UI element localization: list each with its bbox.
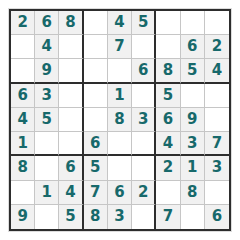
cell-r2c5[interactable]: 7 [108, 35, 132, 59]
cell-r7c7[interactable]: 2 [156, 156, 180, 180]
cell-r5c3[interactable] [59, 108, 83, 132]
cell-r2c3[interactable] [59, 35, 83, 59]
cell-r8c4[interactable]: 7 [84, 181, 108, 205]
cell-r1c2[interactable]: 6 [35, 11, 59, 35]
cell-r9c5[interactable]: 3 [108, 205, 132, 229]
cell-r9c2[interactable] [35, 205, 59, 229]
cell-r8c7[interactable] [156, 181, 180, 205]
cell-r7c5[interactable] [108, 156, 132, 180]
cell-r6c7[interactable]: 4 [156, 132, 180, 156]
page: 2684547629685463154583691643786521314762… [0, 0, 240, 240]
cell-r2c1[interactable] [11, 35, 35, 59]
cell-r6c4[interactable]: 6 [84, 132, 108, 156]
cell-r3c1[interactable] [11, 59, 35, 83]
cell-r7c6[interactable] [132, 156, 156, 180]
cell-r3c7[interactable]: 8 [156, 59, 180, 83]
cell-r7c8[interactable]: 1 [181, 156, 205, 180]
cell-r3c8[interactable]: 5 [181, 59, 205, 83]
cell-r8c2[interactable]: 1 [35, 181, 59, 205]
cell-r4c9[interactable] [205, 84, 229, 108]
cell-r1c5[interactable]: 4 [108, 11, 132, 35]
cell-r7c9[interactable]: 3 [205, 156, 229, 180]
cell-r7c1[interactable]: 8 [11, 156, 35, 180]
cell-r6c8[interactable]: 3 [181, 132, 205, 156]
cell-r2c8[interactable]: 6 [181, 35, 205, 59]
cell-r9c7[interactable]: 7 [156, 205, 180, 229]
cell-r8c9[interactable] [205, 181, 229, 205]
cell-r2c7[interactable] [156, 35, 180, 59]
cell-r1c4[interactable] [84, 11, 108, 35]
cell-r4c6[interactable] [132, 84, 156, 108]
cell-r7c2[interactable] [35, 156, 59, 180]
cell-r5c5[interactable]: 8 [108, 108, 132, 132]
cell-r9c6[interactable] [132, 205, 156, 229]
sudoku-board: 2684547629685463154583691643786521314762… [9, 9, 231, 231]
cell-r9c1[interactable]: 9 [11, 205, 35, 229]
cell-r3c6[interactable]: 6 [132, 59, 156, 83]
cell-r5c4[interactable] [84, 108, 108, 132]
cell-r3c2[interactable]: 9 [35, 59, 59, 83]
cell-r5c1[interactable]: 4 [11, 108, 35, 132]
cell-r6c5[interactable] [108, 132, 132, 156]
cell-r1c6[interactable]: 5 [132, 11, 156, 35]
cell-r8c6[interactable]: 2 [132, 181, 156, 205]
cell-r8c8[interactable]: 8 [181, 181, 205, 205]
cell-r7c3[interactable]: 6 [59, 156, 83, 180]
cell-r3c9[interactable]: 4 [205, 59, 229, 83]
cell-r8c3[interactable]: 4 [59, 181, 83, 205]
cell-r3c3[interactable] [59, 59, 83, 83]
cell-r5c2[interactable]: 5 [35, 108, 59, 132]
cell-r9c9[interactable]: 6 [205, 205, 229, 229]
cell-r8c1[interactable] [11, 181, 35, 205]
cell-r5c6[interactable]: 3 [132, 108, 156, 132]
cell-r5c7[interactable]: 6 [156, 108, 180, 132]
cell-r8c5[interactable]: 6 [108, 181, 132, 205]
cell-r6c9[interactable]: 7 [205, 132, 229, 156]
cell-r4c8[interactable] [181, 84, 205, 108]
cell-r3c4[interactable] [84, 59, 108, 83]
cell-r3c5[interactable] [108, 59, 132, 83]
cell-r9c8[interactable] [181, 205, 205, 229]
cell-r9c4[interactable]: 8 [84, 205, 108, 229]
cell-r1c8[interactable] [181, 11, 205, 35]
cell-r1c1[interactable]: 2 [11, 11, 35, 35]
cell-r5c8[interactable]: 9 [181, 108, 205, 132]
cell-r2c4[interactable] [84, 35, 108, 59]
cell-r1c3[interactable]: 8 [59, 11, 83, 35]
cell-r2c2[interactable]: 4 [35, 35, 59, 59]
cell-r4c2[interactable]: 3 [35, 84, 59, 108]
cell-r1c9[interactable] [205, 11, 229, 35]
cell-r6c2[interactable] [35, 132, 59, 156]
cell-r4c1[interactable]: 6 [11, 84, 35, 108]
cell-r4c4[interactable] [84, 84, 108, 108]
cell-r9c3[interactable]: 5 [59, 205, 83, 229]
cell-r4c7[interactable]: 5 [156, 84, 180, 108]
cell-r6c1[interactable]: 1 [11, 132, 35, 156]
cell-r2c6[interactable] [132, 35, 156, 59]
cell-r5c9[interactable] [205, 108, 229, 132]
cell-r6c3[interactable] [59, 132, 83, 156]
cell-r2c9[interactable]: 2 [205, 35, 229, 59]
cell-r6c6[interactable] [132, 132, 156, 156]
cell-r1c7[interactable] [156, 11, 180, 35]
cell-r4c3[interactable] [59, 84, 83, 108]
cell-r7c4[interactable]: 5 [84, 156, 108, 180]
cell-r4c5[interactable]: 1 [108, 84, 132, 108]
